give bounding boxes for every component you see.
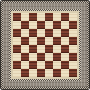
square-c7[interactable]	[29, 21, 37, 29]
square-b7[interactable]	[21, 21, 29, 29]
square-e5[interactable]	[45, 37, 53, 45]
square-b2[interactable]	[21, 61, 29, 69]
frame-mosaic-outer-strip	[1, 1, 89, 89]
square-b3[interactable]	[21, 53, 29, 61]
frame-band	[3, 3, 87, 87]
square-f3[interactable]	[53, 53, 61, 61]
square-f6[interactable]	[53, 29, 61, 37]
frame-inner-border	[11, 11, 79, 79]
square-e1[interactable]	[45, 69, 53, 77]
square-g2[interactable]	[61, 61, 69, 69]
chess-board	[0, 0, 90, 90]
square-d2[interactable]	[37, 61, 45, 69]
square-b6[interactable]	[21, 29, 29, 37]
square-b1[interactable]	[21, 69, 29, 77]
square-a3[interactable]	[13, 53, 21, 61]
board-grid	[13, 13, 77, 77]
square-e6[interactable]	[45, 29, 53, 37]
square-b5[interactable]	[21, 37, 29, 45]
square-f4[interactable]	[53, 45, 61, 53]
square-h8[interactable]	[69, 13, 77, 21]
square-e3[interactable]	[45, 53, 53, 61]
square-c6[interactable]	[29, 29, 37, 37]
square-d5[interactable]	[37, 37, 45, 45]
square-e2[interactable]	[45, 61, 53, 69]
square-d1[interactable]	[37, 69, 45, 77]
square-a7[interactable]	[13, 21, 21, 29]
square-c1[interactable]	[29, 69, 37, 77]
square-h4[interactable]	[69, 45, 77, 53]
square-c3[interactable]	[29, 53, 37, 61]
square-a4[interactable]	[13, 45, 21, 53]
square-a6[interactable]	[13, 29, 21, 37]
square-b4[interactable]	[21, 45, 29, 53]
square-f1[interactable]	[53, 69, 61, 77]
square-a5[interactable]	[13, 37, 21, 45]
square-h6[interactable]	[69, 29, 77, 37]
square-c2[interactable]	[29, 61, 37, 69]
square-h1[interactable]	[69, 69, 77, 77]
square-d6[interactable]	[37, 29, 45, 37]
square-e8[interactable]	[45, 13, 53, 21]
square-d7[interactable]	[37, 21, 45, 29]
square-e4[interactable]	[45, 45, 53, 53]
square-e7[interactable]	[45, 21, 53, 29]
square-h3[interactable]	[69, 53, 77, 61]
square-a1[interactable]	[13, 69, 21, 77]
square-d4[interactable]	[37, 45, 45, 53]
square-d3[interactable]	[37, 53, 45, 61]
square-g3[interactable]	[61, 53, 69, 61]
square-h5[interactable]	[69, 37, 77, 45]
square-f2[interactable]	[53, 61, 61, 69]
square-c5[interactable]	[29, 37, 37, 45]
square-g4[interactable]	[61, 45, 69, 53]
square-c4[interactable]	[29, 45, 37, 53]
square-f5[interactable]	[53, 37, 61, 45]
square-a8[interactable]	[13, 13, 21, 21]
square-g5[interactable]	[61, 37, 69, 45]
square-h2[interactable]	[69, 61, 77, 69]
square-g7[interactable]	[61, 21, 69, 29]
square-b8[interactable]	[21, 13, 29, 21]
square-h7[interactable]	[69, 21, 77, 29]
frame-mosaic-inner-strip	[9, 9, 81, 81]
square-g1[interactable]	[61, 69, 69, 77]
square-c8[interactable]	[29, 13, 37, 21]
square-a2[interactable]	[13, 61, 21, 69]
square-f7[interactable]	[53, 21, 61, 29]
square-g6[interactable]	[61, 29, 69, 37]
square-d8[interactable]	[37, 13, 45, 21]
square-f8[interactable]	[53, 13, 61, 21]
square-g8[interactable]	[61, 13, 69, 21]
